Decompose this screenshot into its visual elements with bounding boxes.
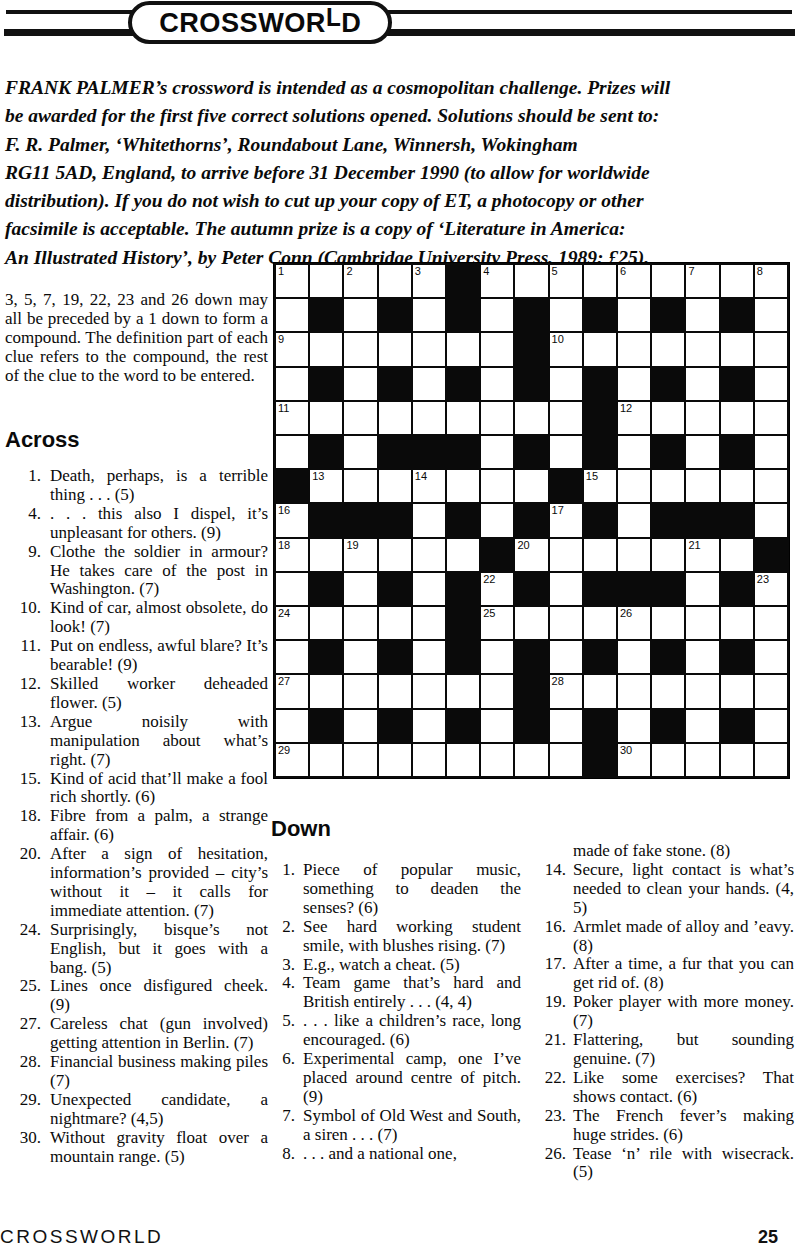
clue-down-23: 23.The French fever’s making huge stride… [540,1107,794,1145]
grid-cell[interactable]: 13 [310,470,342,502]
grid-cell[interactable] [310,607,342,639]
cell-number: 22 [483,573,495,586]
grid-cell[interactable] [550,607,582,639]
clue-across-15: 15.Kind of acid that’ll make a fool rich… [5,770,268,808]
grid-cell[interactable] [550,299,582,331]
grid-cell[interactable]: 24 [276,607,308,639]
across-heading: Across [5,428,80,452]
grid-cell[interactable] [550,573,582,605]
clue-number: 1. [5,467,41,505]
clue-text: Tease ‘n’ rile with wisecrack. (5) [573,1145,794,1183]
clue-text: Team game that’s hard and British entire… [303,974,521,1012]
grid-cell[interactable] [652,333,684,365]
grid-cell[interactable] [413,504,445,536]
grid-cell[interactable] [755,368,787,400]
grid-cell[interactable] [310,402,342,434]
grid-cell [379,436,411,468]
grid-cell [721,710,753,742]
grid-cell[interactable] [344,402,376,434]
grid-cell[interactable] [379,333,411,365]
clue-down-19: 19.Poker player with more money. (7) [540,993,794,1031]
grid-cell[interactable] [755,675,787,707]
clue-number: 17. [540,955,566,993]
grid-cell[interactable] [481,470,513,502]
cell-number: 2 [346,265,352,278]
grid-cell[interactable] [584,333,616,365]
clue-across-13: 13.Argue noisily with manipulation about… [5,713,268,770]
grid-cell[interactable] [413,333,445,365]
clue-text: Fibre from a palm, a strange affair. (6) [50,807,268,845]
grid-cell[interactable] [310,333,342,365]
masthead-rule-thin [6,10,792,14]
grid-cell [515,710,547,742]
crossworld-logo: CROSSWORLD [128,1,392,44]
grid-cell[interactable]: 6 [618,265,650,297]
grid-cell[interactable]: 28 [550,675,582,707]
grid-cell [447,299,479,331]
grid-cell[interactable]: 2 [344,265,376,297]
clue-text: Financial business making piles (7) [50,1053,268,1091]
grid-cell[interactable] [550,744,582,776]
grid-cell[interactable] [447,675,479,707]
grid-cell [310,436,342,468]
raised-l-letter: L [326,3,341,32]
grid-cell[interactable]: 22 [481,573,513,605]
clue-text: Surprisingly, bisque’s not English, but … [50,921,268,978]
cell-number: 13 [312,470,324,483]
grid-cell[interactable]: 18 [276,539,308,571]
clue-across-12: 12.Skilled worker deheaded flower. (5) [5,675,268,713]
grid-cell[interactable] [721,333,753,365]
grid-cell[interactable] [515,265,547,297]
grid-cell[interactable] [413,641,445,673]
puzzle-preamble: 3, 5, 7, 19, 22, 23 and 26 down may all … [5,291,268,386]
grid-cell[interactable] [618,710,650,742]
grid-cell[interactable] [618,368,650,400]
grid-cell[interactable] [481,710,513,742]
grid-cell[interactable] [652,675,684,707]
clue-number: 30. [5,1129,41,1167]
grid-cell[interactable] [652,607,684,639]
cell-number: 4 [483,265,489,278]
cell-number: 3 [415,265,421,278]
clue-text: After a time, a fur that you can get rid… [573,955,794,993]
grid-cell[interactable] [755,607,787,639]
grid-cell [310,710,342,742]
grid-cell[interactable] [686,368,718,400]
grid-cell [584,368,616,400]
grid-cell[interactable] [686,436,718,468]
intro-line: distribution). If you do not wish to cut… [5,187,695,215]
grid-cell[interactable] [550,641,582,673]
grid-cell[interactable] [481,504,513,536]
grid-cell[interactable] [652,744,684,776]
grid-cell[interactable] [310,539,342,571]
grid-cell[interactable] [652,539,684,571]
grid-cell[interactable]: 1 [276,265,308,297]
intro-line: be awarded for the first five correct so… [5,102,695,130]
grid-cell[interactable] [481,641,513,673]
grid-cell[interactable] [755,744,787,776]
grid-cell[interactable] [584,607,616,639]
clue-across-9: 9.Clothe the soldier in armour? He takes… [5,543,268,600]
grid-cell[interactable] [447,539,479,571]
grid-cell[interactable]: 25 [481,607,513,639]
clue-number [540,842,566,861]
grid-cell[interactable] [447,402,479,434]
grid-cell[interactable] [413,402,445,434]
grid-cell[interactable] [276,436,308,468]
grid-cell [652,710,684,742]
grid-cell[interactable] [721,470,753,502]
clue-text: Poker player with more money. (7) [573,993,794,1031]
grid-cell[interactable] [310,744,342,776]
grid-cell[interactable] [276,299,308,331]
grid-cell[interactable] [584,265,616,297]
grid-cell [447,573,479,605]
grid-cell[interactable] [344,333,376,365]
grid-cell[interactable]: 20 [515,539,547,571]
grid-cell[interactable] [344,744,376,776]
grid-cell [344,504,376,536]
clue-text: Kind of car, almost obsolete, do look! (… [50,599,268,637]
intro-line: RG11 5AD, England, to arrive before 31 D… [5,159,695,187]
cell-number: 1 [278,265,284,278]
grid-cell[interactable] [344,607,376,639]
clue-text: Death, perhaps, is a terrible thing . . … [50,467,268,505]
grid-cell [652,436,684,468]
grid-cell[interactable]: 11 [276,402,308,434]
grid-cell [379,573,411,605]
footer-title: CROSSWORLD [0,1226,163,1248]
grid-cell[interactable] [413,299,445,331]
grid-cell[interactable] [515,402,547,434]
grid-cell[interactable] [447,470,479,502]
grid-cell [721,573,753,605]
grid-cell[interactable] [721,744,753,776]
grid-cell[interactable] [344,675,376,707]
grid-cell [686,504,718,536]
cell-number: 6 [620,265,626,278]
grid-cell [721,299,753,331]
grid-cell[interactable] [447,744,479,776]
grid-cell[interactable] [481,675,513,707]
grid-cell[interactable] [276,368,308,400]
cell-number: 7 [688,265,694,278]
grid-cell[interactable] [550,710,582,742]
grid-cell[interactable] [686,744,718,776]
grid-cell[interactable]: 4 [481,265,513,297]
clue-number: 19. [540,993,566,1031]
grid-cell[interactable] [618,675,650,707]
grid-cell[interactable] [755,333,787,365]
grid-cell[interactable]: 30 [618,744,650,776]
clue-across-27: 27.Careless chat (gun involved) getting … [5,1015,268,1053]
grid-cell[interactable] [481,333,513,365]
grid-cell[interactable]: 12 [618,402,650,434]
grid-cell[interactable] [413,675,445,707]
clue-down-22: 22.Like some exercises? That shows conta… [540,1069,794,1107]
clue-text: The French fever’s making huge strides. … [573,1107,794,1145]
grid-cell[interactable] [686,402,718,434]
grid-cell[interactable] [413,744,445,776]
cell-number: 24 [278,607,290,620]
intro-line: F. R. Palmer, ‘Whitethorns’, Roundabout … [5,131,695,159]
grid-cell [379,710,411,742]
clue-down-3: 3.E.g., watch a cheat. (5) [272,956,521,975]
cell-number: 29 [278,744,290,757]
grid-cell[interactable] [379,265,411,297]
grid-cell [584,504,616,536]
grid-cell[interactable] [686,470,718,502]
cell-number: 16 [278,504,290,517]
clue-number: 1. [272,861,295,918]
grid-cell[interactable] [379,470,411,502]
grid-cell[interactable]: 9 [276,333,308,365]
grid-cell[interactable] [686,710,718,742]
grid-cell [652,299,684,331]
grid-cell[interactable] [413,368,445,400]
grid-cell[interactable] [379,744,411,776]
grid-cell [584,744,616,776]
grid-cell[interactable] [755,299,787,331]
grid-cell[interactable] [755,470,787,502]
grid-cell[interactable] [481,744,513,776]
clue-down-5: 5.. . . like a children’s race, long enc… [272,1012,521,1050]
grid-cell[interactable] [755,641,787,673]
grid-cell[interactable] [721,265,753,297]
grid-cell[interactable] [413,539,445,571]
grid-cell [584,573,616,605]
grid-cell[interactable] [618,436,650,468]
grid-cell[interactable] [481,368,513,400]
grid-cell[interactable] [413,573,445,605]
grid-cell[interactable]: 21 [686,539,718,571]
clue-down-6: 6.Experimental camp, one I’ve placed aro… [272,1050,521,1107]
grid-cell [515,436,547,468]
grid-cell[interactable]: 14 [413,470,445,502]
grid-cell [721,641,753,673]
grid-cell[interactable] [721,402,753,434]
grid-cell[interactable] [618,299,650,331]
grid-cell[interactable]: 7 [686,265,718,297]
clue-down-7: 7.Symbol of Old West and South, a siren … [272,1107,521,1145]
grid-cell[interactable] [344,470,376,502]
cell-number: 10 [552,333,564,346]
clue-number: 8. [272,1145,295,1164]
grid-cell[interactable] [344,641,376,673]
grid-cell[interactable] [379,539,411,571]
grid-cell[interactable] [652,402,684,434]
grid-cell[interactable] [413,710,445,742]
across-clue-list: 1.Death, perhaps, is a terrible thing . … [5,467,268,1167]
clue-down-14: 14.Secure, light contact is what’s neede… [540,861,794,918]
grid-cell [721,368,753,400]
clue-text: Argue noisily with manipulation about wh… [50,713,268,770]
grid-cell[interactable] [481,436,513,468]
cell-number: 30 [620,744,632,757]
grid-cell[interactable]: 16 [276,504,308,536]
clue-down-2: 2.See hard working student smile, with b… [272,918,521,956]
grid-cell[interactable] [755,402,787,434]
grid-cell[interactable] [344,710,376,742]
grid-cell [481,539,513,571]
grid-cell [379,641,411,673]
grid-cell[interactable] [721,675,753,707]
grid-cell[interactable]: 29 [276,744,308,776]
clue-text: Like some exercises? That shows contact.… [573,1069,794,1107]
grid-cell[interactable] [652,265,684,297]
grid-cell[interactable] [686,607,718,639]
grid-cell[interactable]: 3 [413,265,445,297]
grid-cell[interactable] [379,675,411,707]
clue-across-28: 28.Financial business making piles (7) [5,1053,268,1091]
grid-cell[interactable] [686,641,718,673]
grid-cell[interactable] [755,710,787,742]
cell-number: 12 [620,402,632,415]
grid-cell[interactable] [344,368,376,400]
cell-number: 15 [586,470,598,483]
grid-cell[interactable] [584,675,616,707]
clue-across-11: 11.Put on endless, awful blare? It’s bea… [5,637,268,675]
grid-cell [379,504,411,536]
grid-cell[interactable]: 5 [550,265,582,297]
grid-cell[interactable] [379,402,411,434]
clue-across-4: 4.. . . this also I dispel, it’s unpleas… [5,505,268,543]
grid-cell[interactable] [721,539,753,571]
grid-cell[interactable] [618,539,650,571]
clue-across-1: 1.Death, perhaps, is a terrible thing . … [5,467,268,505]
grid-cell[interactable] [379,607,411,639]
clue-number: 24. [5,921,41,978]
grid-cell[interactable] [550,368,582,400]
cell-number: 27 [278,675,290,688]
clue-number: 13. [5,713,41,770]
grid-cell[interactable] [515,744,547,776]
clue-text: Careless chat (gun involved) getting att… [50,1015,268,1053]
grid-cell [310,368,342,400]
cell-number: 28 [552,675,564,688]
grid-cell [721,436,753,468]
grid-cell [515,368,547,400]
grid-cell[interactable] [447,333,479,365]
clue-number: 6. [272,1050,295,1107]
clue-number: 25. [5,977,41,1015]
grid-cell[interactable] [652,470,684,502]
down-clue-list-1: 1.Piece of popular music, something to d… [272,861,521,1164]
grid-cell[interactable]: 17 [550,504,582,536]
clue-number: 29. [5,1091,41,1129]
clue-text: Symbol of Old West and South, a siren . … [303,1107,521,1145]
clue-down-21: 21.Flattering, but sounding genuine. (7) [540,1031,794,1069]
grid-cell[interactable] [310,675,342,707]
grid-cell[interactable]: 19 [344,539,376,571]
clue-number: 11. [5,637,41,675]
grid-cell[interactable] [721,607,753,639]
clue-across-18: 18.Fibre from a palm, a strange affair. … [5,807,268,845]
clue-across-24: 24.Surprisingly, bisque’s not English, b… [5,921,268,978]
grid-cell [515,333,547,365]
grid-cell[interactable] [481,402,513,434]
clue-number: 28. [5,1053,41,1091]
grid-cell[interactable]: 27 [276,675,308,707]
grid-cell[interactable] [515,470,547,502]
grid-cell [755,539,787,571]
grid-cell[interactable] [686,675,718,707]
clue-down-16: 16.Armlet made of alloy and ’eavy. (8) [540,918,794,956]
grid-cell[interactable] [344,436,376,468]
grid-cell[interactable] [276,710,308,742]
crossword-grid: 1234567891011121314151617181920212223242… [273,262,790,779]
grid-cell [584,402,616,434]
clue-text: . . . this also I dispel, it’s unpleasan… [50,505,268,543]
grid-cell[interactable]: 8 [755,265,787,297]
clue-text: Piece of popular music, something to dea… [303,861,521,918]
grid-cell[interactable] [686,333,718,365]
grid-cell[interactable] [481,299,513,331]
grid-cell[interactable] [584,539,616,571]
grid-cell[interactable] [344,299,376,331]
cell-number: 19 [346,539,358,552]
clue-text: E.g., watch a cheat. (5) [303,956,521,975]
clue-number: 14. [540,861,566,918]
clue-number: 9. [5,543,41,600]
clue-down-1: 1.Piece of popular music, something to d… [272,861,521,918]
grid-cell[interactable] [550,436,582,468]
grid-cell[interactable] [755,504,787,536]
grid-cell[interactable] [344,573,376,605]
cell-number: 11 [278,402,289,415]
grid-cell [515,504,547,536]
grid-cell [515,299,547,331]
crossworld-logo-text: CROSSWORLD [159,7,361,39]
grid-cell[interactable]: 10 [550,333,582,365]
grid-cell[interactable]: 26 [618,607,650,639]
grid-cell [447,710,479,742]
clue-down-continuation: made of fake stone. (8) [540,842,794,861]
clue-number: 27. [5,1015,41,1053]
grid-cell[interactable] [686,299,718,331]
grid-cell[interactable] [515,607,547,639]
grid-cell [584,299,616,331]
clue-number: 21. [540,1031,566,1069]
grid-cell[interactable] [310,265,342,297]
grid-cell [447,436,479,468]
clue-across-25: 25.Lines once disfigured cheek. (9) [5,977,268,1015]
grid-cell[interactable] [618,333,650,365]
grid-cell[interactable] [755,436,787,468]
grid-cell[interactable] [550,402,582,434]
grid-cell[interactable] [276,573,308,605]
grid-cell[interactable] [618,504,650,536]
grid-cell [310,504,342,536]
down-heading: Down [271,817,331,841]
grid-cell[interactable] [618,470,650,502]
grid-cell[interactable]: 15 [584,470,616,502]
clue-text: Clothe the soldier in armour? He takes c… [50,543,268,600]
grid-cell[interactable] [618,641,650,673]
clue-number: 4. [272,974,295,1012]
grid-cell [447,265,479,297]
grid-cell[interactable] [413,607,445,639]
grid-cell [310,641,342,673]
grid-cell[interactable] [550,539,582,571]
grid-cell[interactable]: 23 [755,573,787,605]
grid-cell [413,436,445,468]
grid-cell[interactable] [276,641,308,673]
grid-cell[interactable] [686,573,718,605]
grid-cell [584,641,616,673]
